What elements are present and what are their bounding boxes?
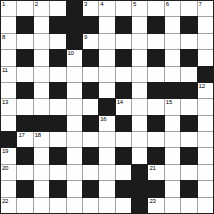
black-cell: [116, 148, 131, 163]
clue-number: 4: [100, 1, 103, 8]
white-cell[interactable]: [17, 198, 32, 213]
white-cell[interactable]: [34, 148, 49, 163]
white-cell[interactable]: [198, 198, 213, 213]
white-cell[interactable]: [181, 34, 196, 49]
white-cell[interactable]: [67, 116, 82, 131]
black-cell: [83, 17, 98, 32]
white-cell[interactable]: 2: [34, 1, 49, 16]
clue-number: 22: [2, 198, 8, 205]
white-cell[interactable]: [148, 132, 163, 147]
white-cell[interactable]: [132, 148, 147, 163]
white-cell[interactable]: [181, 67, 196, 82]
white-cell[interactable]: [198, 181, 213, 196]
black-cell: [116, 17, 131, 32]
white-cell[interactable]: [67, 83, 82, 98]
white-cell[interactable]: 12: [198, 83, 213, 98]
white-cell[interactable]: [67, 67, 82, 82]
black-cell: [148, 148, 163, 163]
white-cell[interactable]: [181, 1, 196, 16]
clue-number: 21: [149, 165, 155, 172]
white-cell[interactable]: 4: [99, 1, 114, 16]
white-cell[interactable]: 1: [1, 1, 16, 16]
black-cell: [116, 83, 131, 98]
white-cell[interactable]: [148, 67, 163, 82]
black-cell: [17, 116, 32, 131]
white-cell[interactable]: [99, 50, 114, 65]
black-cell: [148, 83, 163, 98]
clue-number: 9: [84, 34, 87, 41]
white-cell[interactable]: [132, 34, 147, 49]
black-cell: [132, 198, 147, 213]
white-cell[interactable]: 23: [148, 198, 163, 213]
white-cell[interactable]: 21: [148, 165, 163, 180]
black-cell: [83, 83, 98, 98]
crossword-puzzle: 1234567891011121314151617181920212223: [0, 0, 214, 214]
black-cell: [132, 181, 147, 196]
white-cell[interactable]: [198, 148, 213, 163]
white-cell[interactable]: [83, 198, 98, 213]
clue-number: 12: [199, 83, 205, 90]
black-cell: [116, 116, 131, 131]
black-cell: [148, 50, 163, 65]
white-cell[interactable]: [132, 50, 147, 65]
white-cell[interactable]: [165, 181, 180, 196]
white-cell[interactable]: [34, 99, 49, 114]
black-cell: [50, 83, 65, 98]
black-cell: [83, 181, 98, 196]
black-cell: [17, 148, 32, 163]
clue-number: 1: [2, 1, 5, 8]
white-cell[interactable]: 13: [1, 99, 16, 114]
white-cell[interactable]: [17, 34, 32, 49]
crossword-grid: 1234567891011121314151617181920212223: [0, 0, 214, 214]
white-cell[interactable]: [1, 181, 16, 196]
clue-number: 6: [166, 1, 169, 8]
white-cell[interactable]: [50, 67, 65, 82]
white-cell[interactable]: [165, 67, 180, 82]
black-cell: [116, 181, 131, 196]
white-cell[interactable]: 15: [165, 99, 180, 114]
white-cell[interactable]: [34, 17, 49, 32]
clue-number: 20: [2, 165, 8, 172]
white-cell[interactable]: [132, 17, 147, 32]
white-cell[interactable]: [99, 148, 114, 163]
white-cell[interactable]: 16: [99, 116, 114, 131]
white-cell[interactable]: [34, 83, 49, 98]
white-cell[interactable]: 5: [132, 1, 147, 16]
white-cell[interactable]: 10: [67, 50, 82, 65]
black-cell: [181, 181, 196, 196]
white-cell[interactable]: [181, 99, 196, 114]
white-cell[interactable]: [1, 17, 16, 32]
clue-number: 18: [35, 132, 41, 139]
white-cell[interactable]: [165, 198, 180, 213]
white-cell[interactable]: [1, 83, 16, 98]
white-cell[interactable]: [99, 83, 114, 98]
white-cell[interactable]: [67, 198, 82, 213]
black-cell: [83, 116, 98, 131]
black-cell: [50, 116, 65, 131]
white-cell[interactable]: [99, 132, 114, 147]
white-cell[interactable]: [99, 67, 114, 82]
white-cell[interactable]: [50, 1, 65, 16]
black-cell: [181, 116, 196, 131]
white-cell[interactable]: [34, 165, 49, 180]
black-cell: [181, 148, 196, 163]
clue-number: 11: [2, 67, 8, 74]
white-cell[interactable]: 3: [83, 1, 98, 16]
black-cell: [148, 17, 163, 32]
black-cell: [83, 50, 98, 65]
white-cell[interactable]: [165, 34, 180, 49]
white-cell[interactable]: [165, 148, 180, 163]
white-cell[interactable]: [198, 116, 213, 131]
white-cell[interactable]: [198, 132, 213, 147]
white-cell[interactable]: [116, 34, 131, 49]
white-cell[interactable]: [148, 34, 163, 49]
clue-number: 16: [100, 116, 106, 123]
black-cell: [50, 181, 65, 196]
white-cell[interactable]: [181, 198, 196, 213]
white-cell[interactable]: [1, 116, 16, 131]
white-cell[interactable]: [99, 17, 114, 32]
white-cell[interactable]: 17: [17, 132, 32, 147]
white-cell[interactable]: [181, 165, 196, 180]
white-cell[interactable]: [132, 83, 147, 98]
black-cell: [116, 50, 131, 65]
black-cell: [181, 83, 196, 98]
white-cell[interactable]: [83, 99, 98, 114]
white-cell[interactable]: [116, 165, 131, 180]
white-cell[interactable]: [34, 67, 49, 82]
black-cell: [67, 34, 82, 49]
clue-number: 8: [2, 34, 5, 41]
white-cell[interactable]: [116, 1, 131, 16]
black-cell: [50, 17, 65, 32]
white-cell[interactable]: [132, 132, 147, 147]
white-cell[interactable]: [116, 132, 131, 147]
black-cell: [181, 50, 196, 65]
white-cell[interactable]: [83, 165, 98, 180]
white-cell[interactable]: 22: [1, 198, 16, 213]
white-cell[interactable]: [198, 50, 213, 65]
black-cell: [198, 67, 213, 82]
white-cell[interactable]: [67, 99, 82, 114]
white-cell[interactable]: [116, 67, 131, 82]
clue-number: 13: [2, 99, 8, 106]
white-cell[interactable]: [148, 1, 163, 16]
white-cell[interactable]: [198, 99, 213, 114]
black-cell: [148, 116, 163, 131]
clue-number: 17: [18, 132, 24, 139]
black-cell: [148, 181, 163, 196]
white-cell[interactable]: [165, 132, 180, 147]
black-cell: [17, 83, 32, 98]
white-cell[interactable]: [99, 34, 114, 49]
white-cell[interactable]: 20: [1, 165, 16, 180]
black-cell: [17, 17, 32, 32]
white-cell[interactable]: [50, 165, 65, 180]
white-cell[interactable]: [1, 50, 16, 65]
white-cell[interactable]: [116, 198, 131, 213]
black-cell: [50, 148, 65, 163]
white-cell[interactable]: [50, 198, 65, 213]
white-cell[interactable]: [148, 99, 163, 114]
white-cell[interactable]: 18: [34, 132, 49, 147]
black-cell: [17, 50, 32, 65]
white-cell[interactable]: [50, 34, 65, 49]
white-cell[interactable]: [67, 181, 82, 196]
white-cell[interactable]: [67, 132, 82, 147]
white-cell[interactable]: [67, 165, 82, 180]
black-cell: [17, 181, 32, 196]
white-cell[interactable]: [83, 132, 98, 147]
white-cell[interactable]: [50, 132, 65, 147]
clue-number: 19: [2, 148, 8, 155]
white-cell[interactable]: 19: [1, 148, 16, 163]
white-cell[interactable]: [34, 198, 49, 213]
white-cell[interactable]: [34, 181, 49, 196]
white-cell[interactable]: [50, 99, 65, 114]
black-cell: [34, 116, 49, 131]
black-cell: [67, 1, 82, 16]
white-cell[interactable]: [198, 17, 213, 32]
clue-number: 10: [68, 50, 74, 57]
white-cell[interactable]: 14: [116, 99, 131, 114]
black-cell: [67, 17, 82, 32]
white-cell[interactable]: 11: [1, 67, 16, 82]
black-cell: [83, 148, 98, 163]
clue-number: 3: [84, 1, 87, 8]
white-cell[interactable]: [83, 67, 98, 82]
black-cell: [132, 165, 147, 180]
white-cell[interactable]: [17, 99, 32, 114]
white-cell[interactable]: 7: [198, 1, 213, 16]
white-cell[interactable]: [198, 34, 213, 49]
clue-number: 2: [35, 1, 38, 8]
white-cell[interactable]: [17, 1, 32, 16]
white-cell[interactable]: [99, 198, 114, 213]
white-cell[interactable]: [17, 67, 32, 82]
white-cell[interactable]: [132, 67, 147, 82]
white-cell[interactable]: 8: [1, 34, 16, 49]
white-cell[interactable]: [165, 50, 180, 65]
white-cell[interactable]: [165, 165, 180, 180]
clue-number: 14: [117, 99, 123, 106]
white-cell[interactable]: [181, 132, 196, 147]
black-cell: [165, 83, 180, 98]
black-cell: [50, 50, 65, 65]
white-cell[interactable]: [165, 116, 180, 131]
white-cell[interactable]: [99, 165, 114, 180]
white-cell[interactable]: [34, 34, 49, 49]
clue-number: 7: [199, 1, 202, 8]
white-cell[interactable]: 9: [83, 34, 98, 49]
clue-number: 23: [149, 198, 155, 205]
white-cell[interactable]: [198, 165, 213, 180]
white-cell[interactable]: [99, 181, 114, 196]
white-cell[interactable]: [67, 148, 82, 163]
clue-number: 15: [166, 99, 172, 106]
white-cell[interactable]: 6: [165, 1, 180, 16]
white-cell[interactable]: [34, 50, 49, 65]
clue-number: 5: [133, 1, 136, 8]
white-cell[interactable]: [132, 99, 147, 114]
white-cell[interactable]: [132, 116, 147, 131]
black-cell: [181, 17, 196, 32]
white-cell[interactable]: [17, 165, 32, 180]
black-cell: [99, 99, 114, 114]
black-cell: [1, 132, 16, 147]
white-cell[interactable]: [165, 17, 180, 32]
